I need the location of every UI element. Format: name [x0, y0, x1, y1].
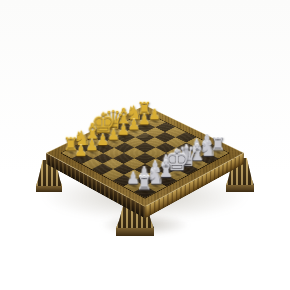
product-photo-scene: ♜♞♟♝♟♛♟♚♟♝♟♞♟♟♜♟♟♜♟♟♞♟♝♟♛♟♚♟♝♟♞♜	[0, 0, 290, 290]
